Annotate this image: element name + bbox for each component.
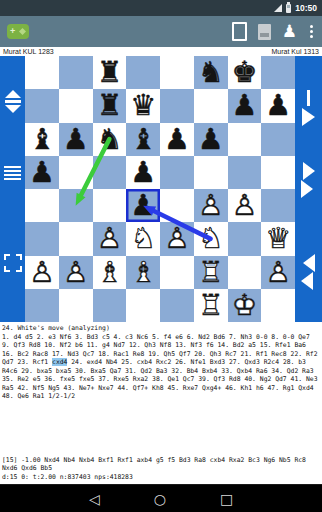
black-pawn: ♟ xyxy=(126,156,160,189)
white-bishop: ♝ xyxy=(126,256,160,289)
square-f8[interactable]: ♞ xyxy=(194,56,228,89)
square-c6[interactable]: ♞ xyxy=(93,123,127,156)
square-h7[interactable]: ♟ xyxy=(261,89,295,122)
square-b5[interactable] xyxy=(59,156,93,189)
notation-sheet-icon[interactable] xyxy=(258,24,271,40)
square-h3[interactable]: ♛♕ xyxy=(261,222,295,255)
engine-stats: d:15 0: t:2.00 n:837403 nps:418283 xyxy=(2,473,321,482)
square-c5[interactable] xyxy=(93,156,127,189)
flip-up-icon xyxy=(5,90,21,98)
square-f3[interactable]: ♞♘ xyxy=(194,222,228,255)
square-h1[interactable] xyxy=(261,289,295,322)
controller-diamond-icon xyxy=(19,28,26,35)
white-knight-outline: ♘ xyxy=(194,222,228,255)
engine-output: [15] -1.00 Nxd4 Nb4 Nxb4 Bxf1 Rxf1 axb4 … xyxy=(2,456,321,482)
square-g4[interactable]: ♟♙ xyxy=(228,189,262,222)
game-controller-icon[interactable]: + xyxy=(7,24,29,39)
square-d2[interactable]: ♝♗ xyxy=(126,256,160,289)
square-d5[interactable]: ♟ xyxy=(126,156,160,189)
square-d1[interactable] xyxy=(126,289,160,322)
android-navbar: ◁ ○ □ xyxy=(0,484,322,512)
square-a8[interactable] xyxy=(25,56,59,89)
move-list[interactable]: 1. d4 d5 2. e3 Nf6 3. Bd3 c5 4. c3 Nc6 5… xyxy=(0,333,322,401)
square-c7[interactable]: ♜ xyxy=(93,89,127,122)
square-d6[interactable]: ♝ xyxy=(126,123,160,156)
square-c8[interactable]: ♜ xyxy=(93,56,127,89)
square-d3[interactable]: ♞♘ xyxy=(126,222,160,255)
square-h8[interactable] xyxy=(261,56,295,89)
white-knight: ♞ xyxy=(126,222,160,255)
black-rook: ♜ xyxy=(93,89,127,122)
white-pawn: ♟ xyxy=(93,222,127,255)
square-b7[interactable] xyxy=(59,89,93,122)
square-e1[interactable] xyxy=(160,289,194,322)
square-c2[interactable]: ♝♗ xyxy=(93,256,127,289)
square-f7[interactable] xyxy=(194,89,228,122)
square-d7[interactable]: ♛ xyxy=(126,89,160,122)
sheet-band xyxy=(260,33,269,37)
move-list-button[interactable] xyxy=(0,166,25,180)
white-king: ♚ xyxy=(228,289,262,322)
forward-button[interactable] xyxy=(295,90,322,126)
white-pawn-outline: ♙ xyxy=(194,189,228,222)
dashed-square-icon xyxy=(4,254,22,272)
signal-icon xyxy=(274,4,282,12)
square-e3[interactable]: ♟♙ xyxy=(160,222,194,255)
home-button[interactable]: ○ xyxy=(154,492,166,506)
square-f1[interactable]: ♜♖ xyxy=(194,289,228,322)
black-bishop: ♝ xyxy=(25,123,59,156)
white-pawn-outline: ♙ xyxy=(160,222,194,255)
forward-triangle-icon xyxy=(302,108,315,126)
square-g3[interactable] xyxy=(228,222,262,255)
square-a7[interactable] xyxy=(25,89,59,122)
select-square-button[interactable] xyxy=(0,254,25,272)
square-e5[interactable] xyxy=(160,156,194,189)
black-knight: ♞ xyxy=(93,123,127,156)
back-button[interactable]: ◁ xyxy=(89,492,100,506)
square-b2[interactable]: ♟♙ xyxy=(59,256,93,289)
square-b1[interactable] xyxy=(59,289,93,322)
square-a1[interactable] xyxy=(25,289,59,322)
left-panel xyxy=(0,56,25,322)
white-bishop: ♝ xyxy=(93,256,127,289)
square-h5[interactable] xyxy=(261,156,295,189)
square-h4[interactable] xyxy=(261,189,295,222)
white-pawn: ♟ xyxy=(228,189,262,222)
square-a6[interactable]: ♝ xyxy=(25,123,59,156)
black-pawn: ♟ xyxy=(194,123,228,156)
black-pawn: ♟ xyxy=(261,89,295,122)
square-b3[interactable] xyxy=(59,222,93,255)
white-rook: ♜ xyxy=(194,256,228,289)
square-f6[interactable]: ♟ xyxy=(194,123,228,156)
square-e2[interactable] xyxy=(160,256,194,289)
white-knight-outline: ♘ xyxy=(126,222,160,255)
overflow-menu-icon[interactable] xyxy=(308,25,315,38)
square-e7[interactable] xyxy=(160,89,194,122)
page-icon[interactable] xyxy=(232,22,247,41)
white-king-outline: ♔ xyxy=(228,289,262,322)
clock-time: 10:50 xyxy=(295,3,317,13)
square-f4[interactable]: ♟♙ xyxy=(194,189,228,222)
white-pawn-outline: ♙ xyxy=(59,256,93,289)
board-region: ♜♞♚♜♛♟♟♝♟♞♝♟♟♟♟♟♟♙♟♙♟♙♞♘♟♙♞♘♛♕♟♙♟♙♝♗♝♗♜♖… xyxy=(0,56,322,322)
rewind-button[interactable] xyxy=(295,254,322,290)
square-b4[interactable] xyxy=(59,189,93,222)
engine-pv: [15] -1.00 Nxd4 Nb4 Nxb4 Bxf1 Rxf1 axb4 … xyxy=(2,456,321,473)
white-pawn: ♟ xyxy=(160,222,194,255)
white-pawn: ♟ xyxy=(261,256,295,289)
black-pawn: ♟ xyxy=(59,123,93,156)
white-rook-outline: ♖ xyxy=(194,256,228,289)
black-king: ♚ xyxy=(228,56,262,89)
black-bishop: ♝ xyxy=(126,123,160,156)
player-right-name: Murat Kul 1313 xyxy=(272,48,319,55)
square-g6[interactable] xyxy=(228,123,262,156)
black-knight: ♞ xyxy=(194,56,228,89)
square-c3[interactable]: ♟♙ xyxy=(93,222,127,255)
white-pawn-outline: ♙ xyxy=(93,222,127,255)
black-pawn: ♟ xyxy=(126,189,160,222)
current-move[interactable]: cxd4 xyxy=(52,358,67,366)
black-pawn: ♟ xyxy=(160,123,194,156)
square-a2[interactable]: ♟♙ xyxy=(25,256,59,289)
toolbar: + ♟ xyxy=(0,16,322,47)
battery-icon xyxy=(286,4,291,13)
square-h6[interactable] xyxy=(261,123,295,156)
status-bar: 10:50 xyxy=(0,0,322,16)
forward-bar-icon xyxy=(307,90,310,106)
square-c4[interactable] xyxy=(93,189,127,222)
square-g2[interactable] xyxy=(228,256,262,289)
white-queen-outline: ♕ xyxy=(261,222,295,255)
toolbar-actions: ♟ xyxy=(232,22,315,41)
black-queen: ♛ xyxy=(126,89,160,122)
white-bishop-outline: ♗ xyxy=(93,256,127,289)
square-g1[interactable]: ♚♔ xyxy=(228,289,262,322)
white-knight: ♞ xyxy=(194,222,228,255)
player-bar: Murat KUL 1283 Murat Kul 1313 xyxy=(0,47,322,56)
flip-down-icon xyxy=(5,105,21,113)
white-pawn-outline: ♙ xyxy=(261,256,295,289)
white-pawn-outline: ♙ xyxy=(25,256,59,289)
player-left-name: Murat KUL 1283 xyxy=(3,48,54,55)
square-a5[interactable]: ♟ xyxy=(25,156,59,189)
square-e4[interactable] xyxy=(160,189,194,222)
white-pawn: ♟ xyxy=(25,256,59,289)
square-c1[interactable] xyxy=(93,289,127,322)
white-rook: ♜ xyxy=(194,289,228,322)
square-b6[interactable]: ♟ xyxy=(59,123,93,156)
white-bishop-outline: ♗ xyxy=(126,256,160,289)
app-screen: 10:50 + ♟ Murat KUL 1283 Murat Kul 1313 xyxy=(0,0,322,512)
square-a3[interactable] xyxy=(25,222,59,255)
square-f5[interactable] xyxy=(194,156,228,189)
black-rook: ♜ xyxy=(93,56,127,89)
square-e6[interactable]: ♟ xyxy=(160,123,194,156)
square-d4[interactable]: ♟ xyxy=(126,189,160,222)
square-g8[interactable]: ♚ xyxy=(228,56,262,89)
white-rook-outline: ♖ xyxy=(194,289,228,322)
fast-forward-button[interactable] xyxy=(295,162,322,198)
square-g5[interactable] xyxy=(228,156,262,189)
square-g7[interactable]: ♟ xyxy=(228,89,262,122)
square-f2[interactable]: ♜♖ xyxy=(194,256,228,289)
pawn-icon[interactable]: ♟ xyxy=(282,23,297,40)
recents-button[interactable]: □ xyxy=(220,492,233,506)
white-pawn: ♟ xyxy=(194,189,228,222)
flip-board-button[interactable] xyxy=(0,90,25,113)
square-b8[interactable] xyxy=(59,56,93,89)
square-e8[interactable] xyxy=(160,56,194,89)
flip-bar-icon xyxy=(5,100,21,103)
square-h2[interactable]: ♟♙ xyxy=(261,256,295,289)
analysis-status: 24. White's move (analyzing) xyxy=(0,322,322,333)
black-pawn: ♟ xyxy=(25,156,59,189)
white-pawn-outline: ♙ xyxy=(228,189,262,222)
controller-plus-icon: + xyxy=(10,24,15,39)
black-pawn: ♟ xyxy=(228,89,262,122)
square-d8[interactable] xyxy=(126,56,160,89)
right-panel xyxy=(295,56,322,322)
analysis-panel: 24. White's move (analyzing) 1. d4 d5 2.… xyxy=(0,322,322,484)
chess-board: ♜♞♚♜♛♟♟♝♟♞♝♟♟♟♟♟♟♙♟♙♟♙♞♘♟♙♞♘♛♕♟♙♟♙♝♗♝♗♜♖… xyxy=(25,56,295,322)
white-pawn: ♟ xyxy=(59,256,93,289)
square-a4[interactable] xyxy=(25,189,59,222)
white-queen: ♛ xyxy=(261,222,295,255)
